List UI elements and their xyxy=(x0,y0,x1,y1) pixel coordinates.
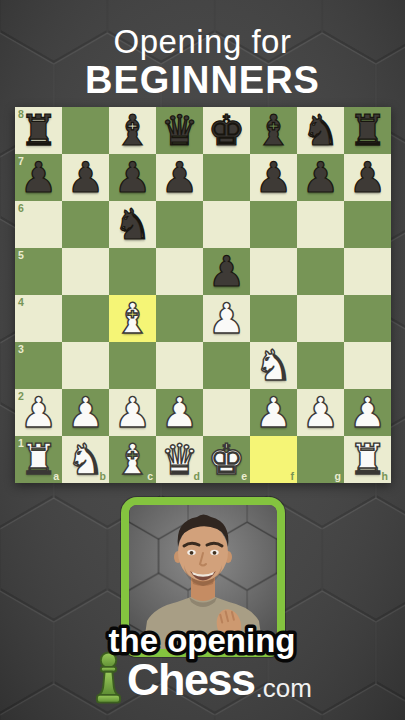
black-knight: ♞ xyxy=(109,201,156,248)
square-g5 xyxy=(297,248,344,295)
square-f1: f xyxy=(250,436,297,483)
square-d4 xyxy=(156,295,203,342)
white-pawn: ♟ xyxy=(344,389,391,436)
square-b8 xyxy=(62,107,109,154)
square-a6: 6 xyxy=(15,201,62,248)
chesscom-logo-tld: .com xyxy=(256,675,312,701)
square-d2: ♟ xyxy=(156,389,203,436)
square-g7: ♟ xyxy=(297,154,344,201)
square-h4 xyxy=(344,295,391,342)
square-g3 xyxy=(297,342,344,389)
black-knight: ♞ xyxy=(297,107,344,154)
square-h8: ♜ xyxy=(344,107,391,154)
square-a7: 7♟ xyxy=(15,154,62,201)
video-still: Opening for BEGINNERS 8♜♝♛♚♝♞♜7♟♟♟♟♟♟♟6♞… xyxy=(0,0,405,720)
black-pawn: ♟ xyxy=(203,248,250,295)
rank-label-5: 5 xyxy=(18,250,24,261)
square-c4: ♝ xyxy=(109,295,156,342)
video-title: Opening for BEGINNERS xyxy=(0,24,405,100)
square-e4: ♟ xyxy=(203,295,250,342)
square-c2: ♟ xyxy=(109,389,156,436)
square-f6 xyxy=(250,201,297,248)
square-a2: 2♟ xyxy=(15,389,62,436)
square-g8: ♞ xyxy=(297,107,344,154)
black-pawn: ♟ xyxy=(109,154,156,201)
square-c5 xyxy=(109,248,156,295)
square-g6 xyxy=(297,201,344,248)
square-d8: ♛ xyxy=(156,107,203,154)
file-label-f: f xyxy=(291,471,295,482)
square-b5 xyxy=(62,248,109,295)
square-e3 xyxy=(203,342,250,389)
black-queen: ♛ xyxy=(156,107,203,154)
square-g4 xyxy=(297,295,344,342)
square-h2: ♟ xyxy=(344,389,391,436)
square-e8: ♚ xyxy=(203,107,250,154)
subtitle-caption-text: the opening xyxy=(109,622,296,659)
square-b7: ♟ xyxy=(62,154,109,201)
black-bishop: ♝ xyxy=(109,107,156,154)
square-b2: ♟ xyxy=(62,389,109,436)
black-pawn: ♟ xyxy=(297,154,344,201)
square-f7: ♟ xyxy=(250,154,297,201)
square-h5 xyxy=(344,248,391,295)
white-bishop: ♝ xyxy=(109,295,156,342)
white-pawn: ♟ xyxy=(109,389,156,436)
video-title-line2: BEGINNERS xyxy=(0,60,405,100)
white-knight: ♞ xyxy=(62,436,109,483)
square-f2: ♟ xyxy=(250,389,297,436)
white-king: ♚ xyxy=(203,436,250,483)
square-d1: d♛ xyxy=(156,436,203,483)
square-e5: ♟ xyxy=(203,248,250,295)
square-b4 xyxy=(62,295,109,342)
white-rook: ♜ xyxy=(15,436,62,483)
square-a1: 1a♜ xyxy=(15,436,62,483)
black-king: ♚ xyxy=(203,107,250,154)
black-bishop: ♝ xyxy=(250,107,297,154)
square-f4 xyxy=(250,295,297,342)
subtitle-caption: the opening xyxy=(0,615,405,667)
rank-label-6: 6 xyxy=(18,203,24,214)
square-g2: ♟ xyxy=(297,389,344,436)
square-f5 xyxy=(250,248,297,295)
square-h3 xyxy=(344,342,391,389)
square-h7: ♟ xyxy=(344,154,391,201)
square-e6 xyxy=(203,201,250,248)
square-d6 xyxy=(156,201,203,248)
square-h1: h♜ xyxy=(344,436,391,483)
square-f3: ♞ xyxy=(250,342,297,389)
square-a8: 8♜ xyxy=(15,107,62,154)
rank-label-4: 4 xyxy=(18,297,24,308)
black-pawn: ♟ xyxy=(15,154,62,201)
white-queen: ♛ xyxy=(156,436,203,483)
black-rook: ♜ xyxy=(344,107,391,154)
square-g1: g xyxy=(297,436,344,483)
square-a4: 4 xyxy=(15,295,62,342)
white-pawn: ♟ xyxy=(156,389,203,436)
square-d5 xyxy=(156,248,203,295)
white-pawn: ♟ xyxy=(62,389,109,436)
black-pawn: ♟ xyxy=(250,154,297,201)
square-f8: ♝ xyxy=(250,107,297,154)
square-e1: e♚ xyxy=(203,436,250,483)
white-pawn: ♟ xyxy=(203,295,250,342)
square-c7: ♟ xyxy=(109,154,156,201)
white-rook: ♜ xyxy=(344,436,391,483)
square-a5: 5 xyxy=(15,248,62,295)
square-a3: 3 xyxy=(15,342,62,389)
white-bishop: ♝ xyxy=(109,436,156,483)
square-c8: ♝ xyxy=(109,107,156,154)
white-pawn: ♟ xyxy=(15,389,62,436)
square-b6 xyxy=(62,201,109,248)
square-c1: c♝ xyxy=(109,436,156,483)
file-label-g: g xyxy=(335,471,341,482)
square-d7: ♟ xyxy=(156,154,203,201)
black-pawn: ♟ xyxy=(156,154,203,201)
square-b1: b♞ xyxy=(62,436,109,483)
white-knight: ♞ xyxy=(250,342,297,389)
square-e2 xyxy=(203,389,250,436)
square-d3 xyxy=(156,342,203,389)
square-e7 xyxy=(203,154,250,201)
black-pawn: ♟ xyxy=(344,154,391,201)
rank-label-3: 3 xyxy=(18,344,24,355)
white-pawn: ♟ xyxy=(250,389,297,436)
square-b3 xyxy=(62,342,109,389)
square-c6: ♞ xyxy=(109,201,156,248)
video-title-line1: Opening for xyxy=(0,24,405,60)
square-h6 xyxy=(344,201,391,248)
white-pawn: ♟ xyxy=(297,389,344,436)
chess-board: 8♜♝♛♚♝♞♜7♟♟♟♟♟♟♟6♞5♟4♝♟3♞2♟♟♟♟♟♟♟1a♜b♞c♝… xyxy=(15,107,391,483)
square-c3 xyxy=(109,342,156,389)
black-pawn: ♟ xyxy=(62,154,109,201)
black-rook: ♜ xyxy=(15,107,62,154)
